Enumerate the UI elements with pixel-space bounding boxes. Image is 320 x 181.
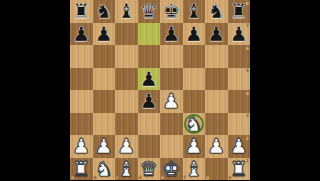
square-b7[interactable]: ♟ bbox=[93, 23, 116, 46]
coord-rank-5: 5 bbox=[246, 68, 249, 73]
square-d4[interactable]: ♟ bbox=[138, 90, 161, 113]
black-pawn-d5[interactable]: ♟ bbox=[140, 69, 158, 89]
square-e8[interactable]: ♚ bbox=[160, 0, 183, 23]
black-queen-d8[interactable]: ♛ bbox=[140, 1, 158, 21]
square-g8[interactable]: ♞ bbox=[205, 0, 228, 23]
black-pawn-f7[interactable]: ♟ bbox=[185, 24, 203, 44]
white-rook-h1[interactable]: ♜ bbox=[230, 159, 248, 179]
square-g2[interactable]: ♟ bbox=[205, 135, 228, 158]
white-knight-f3[interactable]: ♞ bbox=[185, 114, 203, 134]
coord-rank-4: 4 bbox=[246, 91, 249, 96]
square-e5[interactable] bbox=[160, 68, 183, 91]
square-b4[interactable] bbox=[93, 90, 116, 113]
black-pawn-d4[interactable]: ♟ bbox=[140, 91, 158, 111]
square-d6[interactable] bbox=[138, 45, 161, 68]
square-d3[interactable] bbox=[138, 113, 161, 136]
white-pawn-g2[interactable]: ♟ bbox=[207, 136, 225, 156]
square-h6[interactable]: 6 bbox=[228, 45, 251, 68]
square-c1[interactable]: ♝c bbox=[115, 158, 138, 181]
square-a8[interactable]: ♜ bbox=[70, 0, 93, 23]
square-f5[interactable] bbox=[183, 68, 206, 91]
square-h2[interactable]: ♟2 bbox=[228, 135, 251, 158]
black-king-e8[interactable]: ♚ bbox=[162, 1, 180, 21]
square-f1[interactable]: ♝f bbox=[183, 158, 206, 181]
black-pawn-b7[interactable]: ♟ bbox=[95, 24, 113, 44]
black-rook-h8[interactable]: ♜ bbox=[230, 1, 248, 21]
square-d7[interactable] bbox=[138, 23, 161, 46]
square-b1[interactable]: ♞b bbox=[93, 158, 116, 181]
screenshot-canvas: ♜♞♝♛♚♝♞♜8♟♟♟♟♟♟76♟5♟♟4♞3♟♟♟♟♟♟2♜a♞b♝c♛d♚… bbox=[0, 0, 320, 180]
square-a3[interactable] bbox=[70, 113, 93, 136]
square-e3[interactable] bbox=[160, 113, 183, 136]
square-b2[interactable]: ♟ bbox=[93, 135, 116, 158]
white-pawn-b2[interactable]: ♟ bbox=[95, 136, 113, 156]
black-pawn-g7[interactable]: ♟ bbox=[207, 24, 225, 44]
square-e4[interactable]: ♟ bbox=[160, 90, 183, 113]
square-c7[interactable] bbox=[115, 23, 138, 46]
square-g4[interactable] bbox=[205, 90, 228, 113]
square-e2[interactable] bbox=[160, 135, 183, 158]
white-rook-a1[interactable]: ♜ bbox=[72, 159, 90, 179]
square-c4[interactable] bbox=[115, 90, 138, 113]
square-a5[interactable] bbox=[70, 68, 93, 91]
square-g6[interactable] bbox=[205, 45, 228, 68]
square-a7[interactable]: ♟ bbox=[70, 23, 93, 46]
square-c6[interactable] bbox=[115, 45, 138, 68]
square-b8[interactable]: ♞ bbox=[93, 0, 116, 23]
black-knight-g8[interactable]: ♞ bbox=[207, 1, 225, 21]
white-bishop-f1[interactable]: ♝ bbox=[185, 159, 203, 179]
square-a4[interactable] bbox=[70, 90, 93, 113]
square-a6[interactable] bbox=[70, 45, 93, 68]
letterbox-right bbox=[250, 0, 320, 180]
square-a1[interactable]: ♜a bbox=[70, 158, 93, 181]
square-a2[interactable]: ♟ bbox=[70, 135, 93, 158]
square-h1[interactable]: ♜1h bbox=[228, 158, 251, 181]
black-bishop-f8[interactable]: ♝ bbox=[185, 1, 203, 21]
black-pawn-a7[interactable]: ♟ bbox=[72, 24, 90, 44]
square-c3[interactable] bbox=[115, 113, 138, 136]
square-d2[interactable] bbox=[138, 135, 161, 158]
square-f7[interactable]: ♟ bbox=[183, 23, 206, 46]
square-h3[interactable]: 3 bbox=[228, 113, 251, 136]
white-bishop-c1[interactable]: ♝ bbox=[117, 159, 135, 179]
white-pawn-e4[interactable]: ♟ bbox=[162, 91, 180, 111]
black-knight-b8[interactable]: ♞ bbox=[95, 1, 113, 21]
square-c2[interactable]: ♟ bbox=[115, 135, 138, 158]
chess-board: ♜♞♝♛♚♝♞♜8♟♟♟♟♟♟76♟5♟♟4♞3♟♟♟♟♟♟2♜a♞b♝c♛d♚… bbox=[70, 0, 250, 180]
square-d5[interactable]: ♟ bbox=[138, 68, 161, 91]
white-queen-d1[interactable]: ♛ bbox=[140, 159, 158, 179]
square-h7[interactable]: ♟7 bbox=[228, 23, 251, 46]
white-knight-b1[interactable]: ♞ bbox=[95, 159, 113, 179]
white-pawn-h2[interactable]: ♟ bbox=[230, 136, 248, 156]
square-h5[interactable]: 5 bbox=[228, 68, 251, 91]
white-pawn-a2[interactable]: ♟ bbox=[72, 136, 90, 156]
square-f4[interactable] bbox=[183, 90, 206, 113]
black-bishop-c8[interactable]: ♝ bbox=[117, 1, 135, 21]
square-b3[interactable] bbox=[93, 113, 116, 136]
white-king-e1[interactable]: ♚ bbox=[162, 159, 180, 179]
white-pawn-c2[interactable]: ♟ bbox=[117, 136, 135, 156]
black-pawn-e7[interactable]: ♟ bbox=[162, 24, 180, 44]
square-c5[interactable] bbox=[115, 68, 138, 91]
square-f2[interactable]: ♟ bbox=[183, 135, 206, 158]
black-pawn-h7[interactable]: ♟ bbox=[230, 24, 248, 44]
square-g5[interactable] bbox=[205, 68, 228, 91]
square-f3[interactable]: ♞ bbox=[183, 113, 206, 136]
coord-file-g: g bbox=[206, 175, 209, 180]
square-f6[interactable] bbox=[183, 45, 206, 68]
square-g1[interactable]: g bbox=[205, 158, 228, 181]
square-e6[interactable] bbox=[160, 45, 183, 68]
square-e7[interactable]: ♟ bbox=[160, 23, 183, 46]
square-d8[interactable]: ♛ bbox=[138, 0, 161, 23]
square-g3[interactable] bbox=[205, 113, 228, 136]
square-f8[interactable]: ♝ bbox=[183, 0, 206, 23]
white-pawn-f2[interactable]: ♟ bbox=[185, 136, 203, 156]
square-h4[interactable]: 4 bbox=[228, 90, 251, 113]
square-g7[interactable]: ♟ bbox=[205, 23, 228, 46]
coord-rank-6: 6 bbox=[246, 46, 249, 51]
square-h8[interactable]: ♜8 bbox=[228, 0, 251, 23]
letterbox-left bbox=[0, 0, 70, 180]
square-d1[interactable]: ♛d bbox=[138, 158, 161, 181]
square-e1[interactable]: ♚e bbox=[160, 158, 183, 181]
black-rook-a8[interactable]: ♜ bbox=[72, 1, 90, 21]
coord-rank-3: 3 bbox=[246, 113, 249, 118]
square-b6[interactable] bbox=[93, 45, 116, 68]
square-c8[interactable]: ♝ bbox=[115, 0, 138, 23]
square-b5[interactable] bbox=[93, 68, 116, 91]
